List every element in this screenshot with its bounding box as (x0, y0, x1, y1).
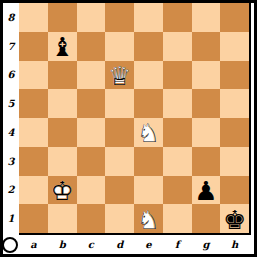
chess-board: ♝♛♕♞♘♚♔♟♞♘♚ (19, 3, 251, 235)
square-a5[interactable] (19, 89, 48, 118)
square-e3[interactable] (134, 147, 163, 176)
black-pawn-glyph: ♟ (192, 177, 221, 206)
square-a4[interactable] (19, 118, 48, 147)
file-label-e: e (134, 236, 163, 252)
file-label-g: g (192, 236, 221, 252)
square-d1[interactable] (105, 204, 134, 233)
square-d4[interactable] (105, 118, 134, 147)
square-c7[interactable] (77, 32, 106, 61)
square-b6[interactable] (48, 61, 77, 90)
file-label-h: h (220, 236, 249, 252)
square-f1[interactable] (163, 204, 192, 233)
square-b4[interactable] (48, 118, 77, 147)
square-h7[interactable] (220, 32, 249, 61)
square-e4[interactable]: ♞♘ (134, 118, 163, 147)
square-b3[interactable] (48, 147, 77, 176)
square-a1[interactable] (19, 204, 48, 233)
piece-white-queen-d6[interactable]: ♛♕ (105, 61, 134, 90)
square-e7[interactable] (134, 32, 163, 61)
file-label-c: c (77, 236, 106, 252)
square-g3[interactable] (192, 147, 221, 176)
square-c8[interactable] (77, 3, 106, 32)
square-h3[interactable] (220, 147, 249, 176)
file-label-b: b (48, 236, 77, 252)
piece-black-bishop-b7[interactable]: ♝ (48, 32, 77, 61)
chess-diagram: 87654321 ♝♛♕♞♘♚♔♟♞♘♚ abcdefgh (0, 0, 257, 257)
file-label-f: f (163, 236, 192, 252)
square-d6[interactable]: ♛♕ (105, 61, 134, 90)
square-a7[interactable] (19, 32, 48, 61)
square-e1[interactable]: ♞♘ (134, 204, 163, 233)
square-c5[interactable] (77, 89, 106, 118)
piece-black-king-h1[interactable]: ♚ (220, 204, 249, 233)
rank-label-2: 2 (3, 176, 19, 205)
square-h8[interactable] (220, 3, 249, 32)
square-d3[interactable] (105, 147, 134, 176)
rank-label-5: 5 (3, 89, 19, 118)
square-c1[interactable] (77, 204, 106, 233)
square-h4[interactable] (220, 118, 249, 147)
white-king-glyph: ♔ (48, 177, 77, 206)
square-b8[interactable] (48, 3, 77, 32)
square-e6[interactable] (134, 61, 163, 90)
square-b2[interactable]: ♚♔ (48, 176, 77, 205)
square-g4[interactable] (192, 118, 221, 147)
square-f3[interactable] (163, 147, 192, 176)
square-h6[interactable] (220, 61, 249, 90)
square-g7[interactable] (192, 32, 221, 61)
white-queen-glyph: ♕ (105, 62, 134, 91)
square-g1[interactable] (192, 204, 221, 233)
rank-label-7: 7 (3, 32, 19, 61)
square-a3[interactable] (19, 147, 48, 176)
square-f8[interactable] (163, 3, 192, 32)
square-c4[interactable] (77, 118, 106, 147)
piece-white-knight-e1[interactable]: ♞♘ (134, 204, 163, 233)
square-g6[interactable] (192, 61, 221, 90)
file-label-d: d (105, 236, 134, 252)
square-b7[interactable]: ♝ (48, 32, 77, 61)
square-a2[interactable] (19, 176, 48, 205)
square-g8[interactable] (192, 3, 221, 32)
file-labels: abcdefgh (19, 236, 249, 252)
square-f5[interactable] (163, 89, 192, 118)
rank-label-1: 1 (3, 204, 19, 233)
square-c3[interactable] (77, 147, 106, 176)
rank-label-3: 3 (3, 147, 19, 176)
black-bishop-glyph: ♝ (48, 33, 77, 62)
black-king-glyph: ♚ (220, 205, 249, 234)
square-e5[interactable] (134, 89, 163, 118)
square-f4[interactable] (163, 118, 192, 147)
square-b5[interactable] (48, 89, 77, 118)
rank-labels: 87654321 (3, 3, 19, 233)
square-a8[interactable] (19, 3, 48, 32)
square-c2[interactable] (77, 176, 106, 205)
square-d7[interactable] (105, 32, 134, 61)
piece-black-pawn-g2[interactable]: ♟ (192, 176, 221, 205)
square-g2[interactable]: ♟ (192, 176, 221, 205)
white-to-move-indicator (2, 237, 18, 253)
white-knight-glyph: ♘ (134, 205, 163, 234)
square-a6[interactable] (19, 61, 48, 90)
square-f2[interactable] (163, 176, 192, 205)
square-f7[interactable] (163, 32, 192, 61)
square-h5[interactable] (220, 89, 249, 118)
square-b1[interactable] (48, 204, 77, 233)
rank-label-6: 6 (3, 61, 19, 90)
square-e2[interactable] (134, 176, 163, 205)
square-h2[interactable] (220, 176, 249, 205)
file-label-a: a (19, 236, 48, 252)
square-e8[interactable] (134, 3, 163, 32)
rank-label-8: 8 (3, 3, 19, 32)
square-f6[interactable] (163, 61, 192, 90)
square-d2[interactable] (105, 176, 134, 205)
rank-label-4: 4 (3, 118, 19, 147)
square-d8[interactable] (105, 3, 134, 32)
square-d5[interactable] (105, 89, 134, 118)
square-c6[interactable] (77, 61, 106, 90)
white-knight-glyph: ♘ (134, 119, 163, 148)
piece-white-king-b2[interactable]: ♚♔ (48, 176, 77, 205)
piece-white-knight-e4[interactable]: ♞♘ (134, 118, 163, 147)
square-g5[interactable] (192, 89, 221, 118)
square-h1[interactable]: ♚ (220, 204, 249, 233)
